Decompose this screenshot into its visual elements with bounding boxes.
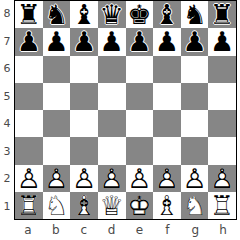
piece-black-pawn: ♟ bbox=[155, 28, 179, 55]
file-label-d: d bbox=[98, 219, 126, 240]
rank-label-3: 3 bbox=[0, 138, 14, 166]
file-label-c: c bbox=[70, 219, 98, 240]
square-c4[interactable] bbox=[70, 110, 98, 137]
square-f5[interactable] bbox=[153, 83, 181, 110]
rank-label-1: 1 bbox=[0, 193, 14, 221]
square-h7[interactable]: ♟ bbox=[208, 28, 236, 55]
rank-label-8: 8 bbox=[0, 0, 14, 28]
square-c3[interactable] bbox=[70, 137, 98, 164]
square-h5[interactable] bbox=[208, 83, 236, 110]
square-h4[interactable] bbox=[208, 110, 236, 137]
piece-white-pawn: ♟♙ bbox=[155, 165, 179, 192]
square-g7[interactable]: ♟ bbox=[181, 28, 209, 55]
file-label-e: e bbox=[126, 219, 154, 240]
piece-black-knight: ♞ bbox=[182, 1, 206, 28]
rank-labels: 8 7 6 5 4 3 2 1 bbox=[0, 0, 14, 220]
square-d5[interactable] bbox=[98, 83, 126, 110]
square-c8[interactable]: ♝ bbox=[70, 1, 98, 28]
square-e1[interactable]: ♚♔ bbox=[126, 192, 154, 219]
piece-outline: ♘ bbox=[44, 190, 68, 221]
piece-white-pawn: ♟♙ bbox=[127, 165, 151, 192]
square-a7[interactable]: ♟ bbox=[15, 28, 43, 55]
square-a4[interactable] bbox=[15, 110, 43, 137]
square-c5[interactable] bbox=[70, 83, 98, 110]
square-f2[interactable]: ♟♙ bbox=[153, 165, 181, 192]
piece-black-pawn: ♟ bbox=[182, 28, 206, 55]
square-b1[interactable]: ♞♘ bbox=[43, 192, 71, 219]
piece-black-pawn: ♟ bbox=[72, 28, 96, 55]
rank-label-6: 6 bbox=[0, 55, 14, 83]
piece-outline: ♘ bbox=[182, 190, 206, 221]
chess-board: ♜♞♝♛♚♝♞♜♟♟♟♟♟♟♟♟♟♙♟♙♟♙♟♙♟♙♟♙♟♙♟♙♜♖♞♘♝♗♛♕… bbox=[14, 0, 237, 220]
piece-white-pawn: ♟♙ bbox=[17, 165, 41, 192]
square-e3[interactable] bbox=[126, 137, 154, 164]
square-a1[interactable]: ♜♖ bbox=[15, 192, 43, 219]
square-d3[interactable] bbox=[98, 137, 126, 164]
piece-black-pawn: ♟ bbox=[210, 28, 234, 55]
square-g8[interactable]: ♞ bbox=[181, 1, 209, 28]
piece-white-knight: ♞♘ bbox=[182, 192, 206, 219]
square-d6[interactable] bbox=[98, 56, 126, 83]
square-c2[interactable]: ♟♙ bbox=[70, 165, 98, 192]
piece-black-bishop: ♝ bbox=[155, 1, 179, 28]
square-c7[interactable]: ♟ bbox=[70, 28, 98, 55]
rank-label-5: 5 bbox=[0, 83, 14, 111]
square-d7[interactable]: ♟ bbox=[98, 28, 126, 55]
square-b4[interactable] bbox=[43, 110, 71, 137]
piece-white-pawn: ♟♙ bbox=[72, 165, 96, 192]
square-h8[interactable]: ♜ bbox=[208, 1, 236, 28]
piece-outline: ♖ bbox=[210, 190, 234, 221]
square-c1[interactable]: ♝♗ bbox=[70, 192, 98, 219]
square-b8[interactable]: ♞ bbox=[43, 1, 71, 28]
square-c6[interactable] bbox=[70, 56, 98, 83]
square-f3[interactable] bbox=[153, 137, 181, 164]
square-b5[interactable] bbox=[43, 83, 71, 110]
piece-outline: ♙ bbox=[210, 163, 234, 194]
piece-outline: ♔ bbox=[127, 190, 151, 221]
square-b3[interactable] bbox=[43, 137, 71, 164]
square-e5[interactable] bbox=[126, 83, 154, 110]
rank-label-7: 7 bbox=[0, 28, 14, 56]
file-label-g: g bbox=[181, 219, 209, 240]
piece-outline: ♙ bbox=[100, 163, 124, 194]
piece-black-pawn: ♟ bbox=[100, 28, 124, 55]
file-labels: a b c d e f g h bbox=[14, 219, 237, 240]
square-g4[interactable] bbox=[181, 110, 209, 137]
square-f7[interactable]: ♟ bbox=[153, 28, 181, 55]
piece-white-bishop: ♝♗ bbox=[155, 192, 179, 219]
square-b6[interactable] bbox=[43, 56, 71, 83]
square-f4[interactable] bbox=[153, 110, 181, 137]
square-a3[interactable] bbox=[15, 137, 43, 164]
piece-outline: ♖ bbox=[17, 190, 41, 221]
piece-black-pawn: ♟ bbox=[17, 28, 41, 55]
piece-outline: ♙ bbox=[155, 163, 179, 194]
file-label-h: h bbox=[209, 219, 237, 240]
piece-outline: ♙ bbox=[72, 163, 96, 194]
piece-white-rook: ♜♖ bbox=[17, 192, 41, 219]
square-d4[interactable] bbox=[98, 110, 126, 137]
square-e4[interactable] bbox=[126, 110, 154, 137]
square-e2[interactable]: ♟♙ bbox=[126, 165, 154, 192]
square-a2[interactable]: ♟♙ bbox=[15, 165, 43, 192]
piece-outline: ♕ bbox=[100, 190, 124, 221]
piece-black-rook: ♜ bbox=[210, 1, 234, 28]
square-h6[interactable] bbox=[208, 56, 236, 83]
square-e6[interactable] bbox=[126, 56, 154, 83]
piece-outline: ♗ bbox=[72, 190, 96, 221]
rank-label-2: 2 bbox=[0, 165, 14, 193]
piece-white-queen: ♛♕ bbox=[100, 192, 124, 219]
square-f6[interactable] bbox=[153, 56, 181, 83]
piece-black-queen: ♛ bbox=[100, 1, 124, 28]
square-d8[interactable]: ♛ bbox=[98, 1, 126, 28]
piece-black-pawn: ♟ bbox=[127, 28, 151, 55]
piece-outline: ♙ bbox=[182, 163, 206, 194]
piece-black-king: ♚ bbox=[127, 1, 151, 28]
piece-outline: ♙ bbox=[44, 163, 68, 194]
square-a5[interactable] bbox=[15, 83, 43, 110]
piece-outline: ♙ bbox=[17, 163, 41, 194]
square-d1[interactable]: ♛♕ bbox=[98, 192, 126, 219]
piece-black-knight: ♞ bbox=[44, 1, 68, 28]
square-g6[interactable] bbox=[181, 56, 209, 83]
square-g2[interactable]: ♟♙ bbox=[181, 165, 209, 192]
piece-white-pawn: ♟♙ bbox=[182, 165, 206, 192]
square-e7[interactable]: ♟ bbox=[126, 28, 154, 55]
piece-outline: ♗ bbox=[155, 190, 179, 221]
square-h3[interactable] bbox=[208, 137, 236, 164]
piece-black-bishop: ♝ bbox=[72, 1, 96, 28]
piece-white-pawn: ♟♙ bbox=[210, 165, 234, 192]
piece-white-king: ♚♔ bbox=[127, 192, 151, 219]
file-label-f: f bbox=[153, 219, 181, 240]
piece-white-rook: ♜♖ bbox=[210, 192, 234, 219]
square-a6[interactable] bbox=[15, 56, 43, 83]
piece-white-pawn: ♟♙ bbox=[44, 165, 68, 192]
square-a8[interactable]: ♜ bbox=[15, 1, 43, 28]
piece-white-knight: ♞♘ bbox=[44, 192, 68, 219]
square-f1[interactable]: ♝♗ bbox=[153, 192, 181, 219]
square-g5[interactable] bbox=[181, 83, 209, 110]
piece-outline: ♙ bbox=[127, 163, 151, 194]
square-e8[interactable]: ♚ bbox=[126, 1, 154, 28]
rank-label-4: 4 bbox=[0, 110, 14, 138]
square-g1[interactable]: ♞♘ bbox=[181, 192, 209, 219]
piece-white-pawn: ♟♙ bbox=[100, 165, 124, 192]
file-label-a: a bbox=[14, 219, 42, 240]
square-h1[interactable]: ♜♖ bbox=[208, 192, 236, 219]
square-g3[interactable] bbox=[181, 137, 209, 164]
piece-black-pawn: ♟ bbox=[44, 28, 68, 55]
file-label-b: b bbox=[42, 219, 70, 240]
chess-diagram: 8 7 6 5 4 3 2 1 ♜♞♝♛♚♝♞♜♟♟♟♟♟♟♟♟♟♙♟♙♟♙♟♙… bbox=[0, 0, 240, 240]
square-b7[interactable]: ♟ bbox=[43, 28, 71, 55]
square-b2[interactable]: ♟♙ bbox=[43, 165, 71, 192]
square-f8[interactable]: ♝ bbox=[153, 1, 181, 28]
square-d2[interactable]: ♟♙ bbox=[98, 165, 126, 192]
piece-white-bishop: ♝♗ bbox=[72, 192, 96, 219]
piece-black-rook: ♜ bbox=[17, 1, 41, 28]
square-h2[interactable]: ♟♙ bbox=[208, 165, 236, 192]
